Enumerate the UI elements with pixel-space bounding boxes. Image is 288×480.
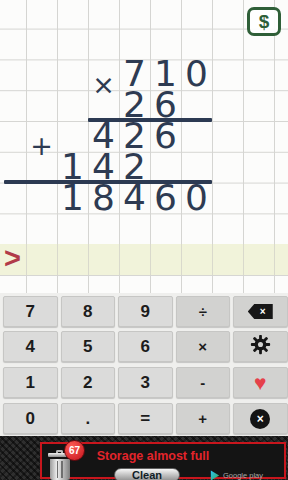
worksheet-digit-result: 6 — [150, 183, 181, 214]
key-5[interactable]: 5 — [61, 331, 116, 362]
play-triangle-icon — [210, 470, 220, 480]
key-decimal[interactable]: . — [61, 403, 116, 434]
google-play-label: Google play — [223, 471, 263, 480]
key-3[interactable]: 3 — [118, 367, 173, 398]
key-label: 5 — [83, 338, 92, 355]
key-label: . — [85, 410, 90, 427]
key-equals[interactable]: = — [118, 403, 173, 434]
key-label: × — [198, 339, 207, 354]
key-divide[interactable]: ÷ — [176, 296, 231, 327]
key-6[interactable]: 6 — [118, 331, 173, 362]
worksheet-digit-partial-product-1: 6 — [150, 121, 181, 152]
key-1[interactable]: 1 — [3, 367, 58, 398]
key-label: - — [200, 375, 205, 390]
remove-ads-dollar-button[interactable]: $ — [247, 7, 281, 36]
key-multiply[interactable]: × — [176, 331, 231, 362]
key-label: 6 — [141, 338, 150, 355]
worksheet-digit-result: 1 — [57, 183, 88, 214]
input-prompt: > — [4, 244, 21, 275]
key-label: 1 — [26, 374, 35, 391]
gear-icon — [250, 334, 271, 359]
key-label: = — [140, 410, 150, 427]
key-label: 4 — [26, 338, 35, 355]
key-label: + — [198, 411, 207, 426]
worksheet-rule-1 — [88, 118, 212, 122]
key-plus[interactable]: + — [176, 403, 231, 434]
ad-banner: 67 Storage almost full Clean Google play… — [0, 436, 288, 480]
key-label: 8 — [83, 303, 92, 320]
settings-button[interactable] — [233, 331, 288, 362]
google-play-logo: Google play — [210, 470, 263, 480]
key-label: ÷ — [199, 304, 207, 319]
multiply-sign: × — [88, 70, 119, 101]
dollar-icon: $ — [259, 12, 270, 31]
key-label: 0 — [26, 410, 35, 427]
keypad: 789÷×456×123-♥0.=+× — [0, 293, 288, 436]
key-4[interactable]: 4 — [3, 331, 58, 362]
heart-icon: ♥ — [254, 372, 266, 393]
app-screen: 710×26426+14218460 $ > 789÷×456×123-♥0.=… — [0, 0, 288, 480]
worksheet-paper: 710×26426+14218460 $ > — [0, 0, 288, 293]
input-row[interactable]: > — [0, 244, 288, 275]
key-2[interactable]: 2 — [61, 367, 116, 398]
key-8[interactable]: 8 — [61, 296, 116, 327]
key-label: 9 — [141, 303, 150, 320]
key-label: 2 — [83, 374, 92, 391]
close-circle-icon: × — [250, 409, 270, 429]
ad-panel[interactable]: 67 Storage almost full Clean Google play — [40, 442, 286, 479]
worksheet-digit-result: 0 — [181, 183, 212, 214]
worksheet-digit-result: 4 — [119, 183, 150, 214]
worksheet-rule-2 — [4, 180, 212, 184]
worksheet-digit-multiplicand: 0 — [181, 59, 212, 90]
key-7[interactable]: 7 — [3, 296, 58, 327]
key-9[interactable]: 9 — [118, 296, 173, 327]
ad-title: Storage almost full — [80, 449, 226, 463]
plus-sign: + — [26, 131, 57, 162]
key-label: 3 — [141, 374, 150, 391]
backspace-button[interactable]: × — [233, 296, 288, 327]
key-minus[interactable]: - — [176, 367, 231, 398]
worksheet-digit-result: 8 — [88, 183, 119, 214]
close-app-button[interactable]: × — [233, 403, 288, 434]
favorite-button[interactable]: ♥ — [233, 367, 288, 398]
key-0[interactable]: 0 — [3, 403, 58, 434]
backspace-icon: × — [248, 304, 273, 319]
clean-button[interactable]: Clean — [114, 468, 180, 480]
key-label: 7 — [26, 303, 35, 320]
